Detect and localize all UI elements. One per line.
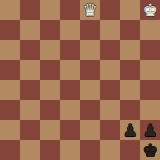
square-b3[interactable] bbox=[20, 100, 40, 120]
square-a1[interactable] bbox=[0, 140, 20, 160]
square-e8[interactable]: ♛ bbox=[80, 0, 100, 20]
square-d8[interactable] bbox=[60, 0, 80, 20]
square-g4[interactable] bbox=[120, 80, 140, 100]
square-h4[interactable] bbox=[140, 80, 160, 100]
white-queen[interactable]: ♛ bbox=[82, 0, 97, 20]
square-d3[interactable] bbox=[60, 100, 80, 120]
square-e2[interactable] bbox=[80, 120, 100, 140]
square-e6[interactable] bbox=[80, 40, 100, 60]
square-f6[interactable] bbox=[100, 40, 120, 60]
square-c2[interactable] bbox=[40, 120, 60, 140]
square-g3[interactable] bbox=[120, 100, 140, 120]
square-e3[interactable] bbox=[80, 100, 100, 120]
square-d4[interactable] bbox=[60, 80, 80, 100]
square-f1[interactable] bbox=[100, 140, 120, 160]
square-f5[interactable] bbox=[100, 60, 120, 80]
square-g8[interactable] bbox=[120, 0, 140, 20]
black-pawn[interactable]: ♟ bbox=[122, 120, 137, 140]
square-a3[interactable] bbox=[0, 100, 20, 120]
square-d6[interactable] bbox=[60, 40, 80, 60]
square-h7[interactable] bbox=[140, 20, 160, 40]
square-h2[interactable]: ♟ bbox=[140, 120, 160, 140]
square-c4[interactable] bbox=[40, 80, 60, 100]
square-b8[interactable] bbox=[20, 0, 40, 20]
square-d1[interactable] bbox=[60, 140, 80, 160]
square-c6[interactable] bbox=[40, 40, 60, 60]
square-g6[interactable] bbox=[120, 40, 140, 60]
square-g7[interactable] bbox=[120, 20, 140, 40]
square-e7[interactable] bbox=[80, 20, 100, 40]
square-c8[interactable] bbox=[40, 0, 60, 20]
black-pawn[interactable]: ♟ bbox=[142, 120, 157, 140]
square-a5[interactable] bbox=[0, 60, 20, 80]
chess-board: ♛♚♟♟♚ bbox=[0, 0, 160, 160]
square-a6[interactable] bbox=[0, 40, 20, 60]
square-b2[interactable] bbox=[20, 120, 40, 140]
black-king[interactable]: ♚ bbox=[142, 140, 157, 160]
square-e5[interactable] bbox=[80, 60, 100, 80]
square-c7[interactable] bbox=[40, 20, 60, 40]
square-a2[interactable] bbox=[0, 120, 20, 140]
square-h3[interactable] bbox=[140, 100, 160, 120]
square-g1[interactable] bbox=[120, 140, 140, 160]
square-g5[interactable] bbox=[120, 60, 140, 80]
white-king[interactable]: ♚ bbox=[142, 0, 157, 20]
square-a7[interactable] bbox=[0, 20, 20, 40]
square-b5[interactable] bbox=[20, 60, 40, 80]
square-c1[interactable] bbox=[40, 140, 60, 160]
square-f7[interactable] bbox=[100, 20, 120, 40]
square-g2[interactable]: ♟ bbox=[120, 120, 140, 140]
square-f2[interactable] bbox=[100, 120, 120, 140]
square-h1[interactable]: ♚ bbox=[140, 140, 160, 160]
square-h5[interactable] bbox=[140, 60, 160, 80]
square-f8[interactable] bbox=[100, 0, 120, 20]
square-a8[interactable] bbox=[0, 0, 20, 20]
square-d7[interactable] bbox=[60, 20, 80, 40]
square-d5[interactable] bbox=[60, 60, 80, 80]
square-b7[interactable] bbox=[20, 20, 40, 40]
square-e4[interactable] bbox=[80, 80, 100, 100]
square-d2[interactable] bbox=[60, 120, 80, 140]
square-e1[interactable] bbox=[80, 140, 100, 160]
square-f3[interactable] bbox=[100, 100, 120, 120]
square-b4[interactable] bbox=[20, 80, 40, 100]
square-c5[interactable] bbox=[40, 60, 60, 80]
square-c3[interactable] bbox=[40, 100, 60, 120]
square-a4[interactable] bbox=[0, 80, 20, 100]
square-f4[interactable] bbox=[100, 80, 120, 100]
square-b1[interactable] bbox=[20, 140, 40, 160]
square-h8[interactable]: ♚ bbox=[140, 0, 160, 20]
square-h6[interactable] bbox=[140, 40, 160, 60]
square-b6[interactable] bbox=[20, 40, 40, 60]
